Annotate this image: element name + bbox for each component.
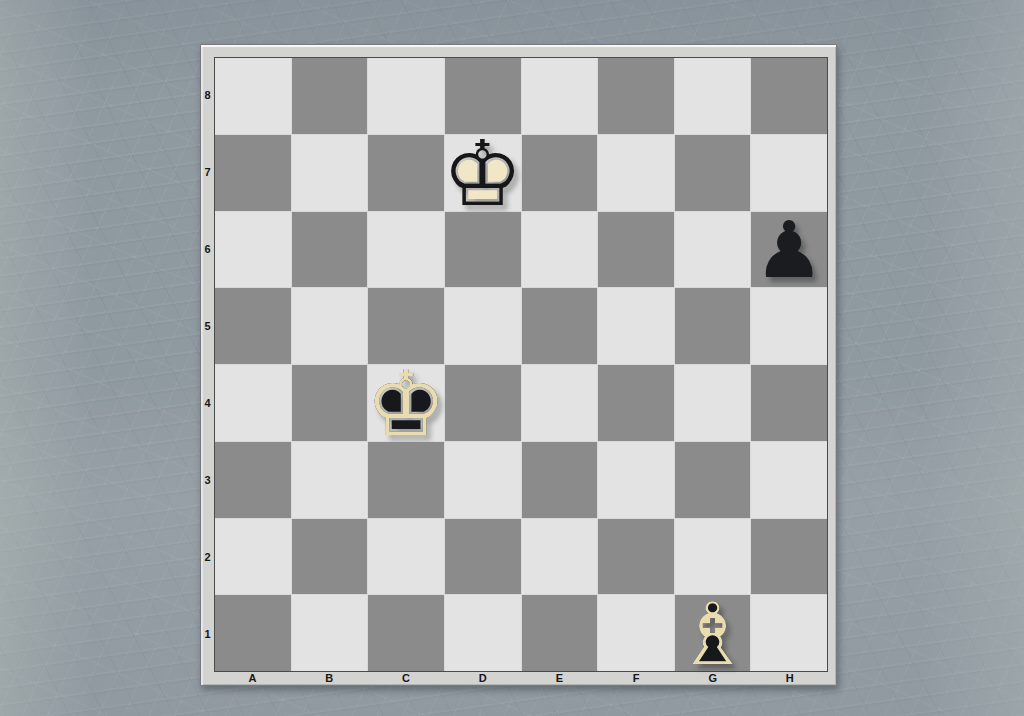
square-b6[interactable] — [292, 212, 368, 288]
white-king-glyph: ♚ — [445, 136, 521, 212]
square-h3[interactable] — [751, 442, 827, 518]
square-a4[interactable] — [215, 365, 291, 441]
square-e4[interactable] — [522, 365, 598, 441]
square-b3[interactable] — [292, 442, 368, 518]
square-h7[interactable] — [751, 135, 827, 211]
square-f6[interactable] — [598, 212, 674, 288]
square-h5[interactable] — [751, 288, 827, 364]
page-background: 87654321 ♚♔♟♚♔♝♗ ABCDEFGH — [0, 0, 1024, 716]
black-king-glyph: ♚ — [368, 366, 444, 442]
square-c3[interactable] — [368, 442, 444, 518]
square-a7[interactable] — [215, 135, 291, 211]
white-king-detail-glyph: ♔ — [445, 136, 521, 212]
rank-label-1: 1 — [201, 595, 214, 672]
square-c2[interactable] — [368, 519, 444, 595]
piece-black-king-c4[interactable]: ♚♔ — [368, 365, 444, 441]
square-c4[interactable]: ♚♔ — [368, 365, 444, 441]
square-g2[interactable] — [675, 519, 751, 595]
square-d6[interactable] — [445, 212, 521, 288]
square-h8[interactable] — [751, 58, 827, 134]
square-d7[interactable]: ♚♔ — [445, 135, 521, 211]
square-e5[interactable] — [522, 288, 598, 364]
rank-label-5: 5 — [201, 288, 214, 365]
chess-board-frame: 87654321 ♚♔♟♚♔♝♗ ABCDEFGH — [200, 44, 837, 686]
black-king-detail-glyph: ♔ — [368, 366, 444, 442]
square-b7[interactable] — [292, 135, 368, 211]
square-h6[interactable]: ♟ — [751, 212, 827, 288]
file-label-d: D — [444, 671, 521, 685]
square-c8[interactable] — [368, 58, 444, 134]
black-bishop-glyph: ♝ — [675, 596, 751, 672]
square-d5[interactable] — [445, 288, 521, 364]
square-b8[interactable] — [292, 58, 368, 134]
file-label-h: H — [751, 671, 828, 685]
square-b4[interactable] — [292, 365, 368, 441]
square-d1[interactable] — [445, 595, 521, 671]
square-f8[interactable] — [598, 58, 674, 134]
square-g8[interactable] — [675, 58, 751, 134]
piece-black-pawn-h6[interactable]: ♟ — [751, 212, 827, 288]
square-h1[interactable] — [751, 595, 827, 671]
rank-label-8: 8 — [201, 57, 214, 134]
square-f4[interactable] — [598, 365, 674, 441]
square-a2[interactable] — [215, 519, 291, 595]
file-label-a: A — [214, 671, 291, 685]
file-label-g: G — [675, 671, 752, 685]
square-c7[interactable] — [368, 135, 444, 211]
file-label-c: C — [368, 671, 445, 685]
rank-labels: 87654321 — [201, 57, 214, 672]
square-e7[interactable] — [522, 135, 598, 211]
square-e2[interactable] — [522, 519, 598, 595]
square-g3[interactable] — [675, 442, 751, 518]
black-bishop-detail-glyph: ♗ — [675, 596, 751, 672]
piece-black-bishop-g1[interactable]: ♝♗ — [675, 595, 751, 671]
square-h2[interactable] — [751, 519, 827, 595]
square-d2[interactable] — [445, 519, 521, 595]
square-g5[interactable] — [675, 288, 751, 364]
square-c1[interactable] — [368, 595, 444, 671]
rank-label-4: 4 — [201, 365, 214, 442]
rank-label-7: 7 — [201, 134, 214, 211]
square-e6[interactable] — [522, 212, 598, 288]
square-b1[interactable] — [292, 595, 368, 671]
square-e3[interactable] — [522, 442, 598, 518]
square-g4[interactable] — [675, 365, 751, 441]
square-d3[interactable] — [445, 442, 521, 518]
rank-label-2: 2 — [201, 518, 214, 595]
square-g6[interactable] — [675, 212, 751, 288]
square-a6[interactable] — [215, 212, 291, 288]
square-a1[interactable] — [215, 595, 291, 671]
square-d8[interactable] — [445, 58, 521, 134]
square-a8[interactable] — [215, 58, 291, 134]
square-c6[interactable] — [368, 212, 444, 288]
black-pawn-glyph: ♟ — [751, 213, 827, 289]
square-b2[interactable] — [292, 519, 368, 595]
square-g1[interactable]: ♝♗ — [675, 595, 751, 671]
square-g7[interactable] — [675, 135, 751, 211]
square-h4[interactable] — [751, 365, 827, 441]
square-f2[interactable] — [598, 519, 674, 595]
square-a5[interactable] — [215, 288, 291, 364]
piece-white-king-d7[interactable]: ♚♔ — [445, 135, 521, 211]
file-label-e: E — [521, 671, 598, 685]
square-a3[interactable] — [215, 442, 291, 518]
file-labels: ABCDEFGH — [214, 671, 828, 685]
chess-board[interactable]: ♚♔♟♚♔♝♗ — [214, 57, 828, 672]
file-label-f: F — [598, 671, 675, 685]
square-f3[interactable] — [598, 442, 674, 518]
file-label-b: B — [291, 671, 368, 685]
square-f5[interactable] — [598, 288, 674, 364]
square-f7[interactable] — [598, 135, 674, 211]
rank-label-3: 3 — [201, 441, 214, 518]
square-e8[interactable] — [522, 58, 598, 134]
square-c5[interactable] — [368, 288, 444, 364]
rank-label-6: 6 — [201, 211, 214, 288]
square-f1[interactable] — [598, 595, 674, 671]
square-b5[interactable] — [292, 288, 368, 364]
square-e1[interactable] — [522, 595, 598, 671]
square-d4[interactable] — [445, 365, 521, 441]
